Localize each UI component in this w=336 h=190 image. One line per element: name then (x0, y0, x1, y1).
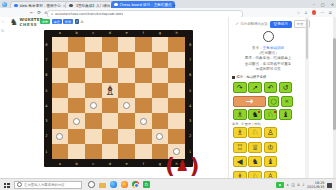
coord-label: 8 (189, 37, 191, 52)
browser-tabstrip: Web 教学素材 - 图库中心 × 【国际象棋】入门课件 × Chess boa… (0, 0, 336, 8)
square-a3[interactable] (52, 113, 69, 128)
square-d8[interactable] (102, 37, 119, 52)
exercise-info: 关卡：主教基础训练 （吃光圆点） 要求：白象走动，吃掉棋盘上 全部圆点，走过路线… (229, 46, 307, 72)
coord-label: d (102, 162, 119, 166)
square-c7[interactable] (85, 52, 102, 67)
start-button[interactable] (4, 183, 10, 189)
bishop-icon: ♝ (282, 110, 289, 119)
rotate-arrow-button-3[interactable]: ↶ (264, 82, 278, 93)
square-e1[interactable] (118, 144, 135, 159)
coord-label: e (118, 31, 135, 35)
window-minimize-icon[interactable]: – (313, 2, 315, 7)
piece-select-pawn[interactable]: ♙ (264, 127, 278, 138)
square-d1[interactable] (102, 144, 119, 159)
red-flag-icon (258, 111, 260, 113)
coord-label: h (168, 31, 185, 35)
info-label: 关卡： (252, 46, 263, 50)
lesson-bishop-button[interactable]: ♗ (233, 109, 247, 120)
page-scrollbar[interactable] (333, 17, 336, 178)
square-f3[interactable] (135, 113, 152, 128)
download-icon[interactable]: ↓ (304, 10, 308, 15)
coord-label: 6 (45, 68, 47, 83)
square-e2[interactable] (118, 129, 135, 144)
page-content: ☆ ↻ ♞ WUKETER CHESS 教学 课程 棋谱 f ⌂ ✓ 已为您翻译… (0, 17, 336, 178)
square-c6[interactable] (85, 68, 102, 83)
coord-label: a (52, 31, 69, 35)
square-a6[interactable] (52, 68, 69, 83)
file-explorer-icon[interactable] (99, 183, 106, 188)
red-pawn-icon: ♟ (176, 159, 189, 174)
chess-board: abcdefgh abcdefgh 87654321 87654321 ♗ (44, 30, 193, 167)
arrow-back-button[interactable]: ◀ (233, 156, 247, 167)
bishop-icon: ♗ (236, 110, 243, 119)
coord-label: 6 (189, 68, 191, 83)
tab-favicon (114, 3, 118, 7)
window-close-icon[interactable]: ✕ (331, 2, 334, 7)
square-f1[interactable] (135, 144, 152, 159)
coord-label: 2 (45, 129, 47, 144)
move-dot[interactable] (123, 102, 130, 109)
square-b8[interactable] (68, 37, 85, 52)
progress-circle (263, 31, 274, 42)
panel-footnote: 换关：R 重开 | 帮助 (232, 122, 261, 126)
rotate-arrow-button-4[interactable]: ↺ (279, 82, 293, 93)
more-dots-icon[interactable]: ⋯ (320, 10, 324, 15)
square-f2[interactable] (135, 129, 152, 144)
sidebar-star-icon[interactable]: ☆ (1, 19, 5, 24)
hint-text: 提示：拖动棋子走棋 (237, 75, 267, 79)
coord-label: c (85, 31, 102, 35)
coord-label: f (135, 162, 152, 166)
square-h4[interactable] (168, 98, 185, 113)
tab-title: Web 教学素材 - 图库中心 (20, 4, 61, 8)
tray-icon-3[interactable]: ♪ (302, 183, 304, 187)
square-e3[interactable] (118, 113, 135, 128)
square-c1[interactable] (85, 144, 102, 159)
square-d2[interactable] (102, 129, 119, 144)
square-e6[interactable] (118, 68, 135, 83)
knight-logo-icon: ♞ (10, 18, 18, 27)
coord-label: 3 (45, 113, 47, 128)
coord-label: g (152, 31, 169, 35)
coord-label: b (68, 162, 85, 166)
square-f7[interactable] (135, 52, 152, 67)
profile-avatar[interactable] (312, 10, 317, 15)
clock-date: 2021/6/15 (307, 185, 324, 189)
piece-select-knight[interactable]: ♘ (248, 127, 262, 138)
coord-label: 7 (45, 52, 47, 67)
tray-icon-1[interactable]: ◫ (291, 183, 294, 187)
square-c4[interactable] (85, 98, 102, 113)
move-dot[interactable] (56, 133, 63, 140)
square-a4[interactable] (52, 98, 69, 113)
lesson-knight2-button[interactable]: ♘ (264, 109, 278, 120)
piece-select-bishop[interactable]: ♗ (233, 127, 247, 138)
tab-favicon (69, 4, 73, 8)
board-ranks-left: 87654321 (45, 37, 47, 159)
square-g5[interactable] (152, 83, 169, 98)
square-e5[interactable] (118, 83, 135, 98)
edge-browser-icon[interactable] (110, 181, 117, 188)
coord-label: f (135, 31, 152, 35)
rotate-arrow-button-2[interactable]: ↗ (248, 82, 262, 93)
coord-label: 7 (189, 52, 191, 67)
coord-label: d (102, 31, 119, 35)
square-a7[interactable] (52, 52, 69, 67)
search-placeholder: 在这里输入你要搜索的内容 (24, 183, 65, 187)
piece-select-black-knight[interactable]: ♞ (248, 156, 262, 167)
square-d3[interactable] (102, 113, 119, 128)
coord-label: 4 (45, 98, 47, 113)
square-g4[interactable] (152, 98, 169, 113)
square-b7[interactable] (68, 52, 85, 67)
tab-favicon (14, 4, 18, 8)
board-grid: ♗ (52, 37, 186, 159)
square-b2[interactable] (68, 129, 85, 144)
square-g2[interactable] (152, 129, 169, 144)
square-a8[interactable] (52, 37, 69, 52)
square-h8[interactable] (168, 37, 185, 52)
coord-label: a (52, 162, 69, 166)
coord-label: 5 (45, 83, 47, 98)
move-dot[interactable] (90, 102, 97, 109)
square-f4[interactable] (135, 98, 152, 113)
firefox-icon[interactable] (121, 181, 128, 188)
square-e7[interactable] (118, 52, 135, 67)
square-b5[interactable] (68, 83, 85, 98)
square-h5[interactable] (168, 83, 185, 98)
coord-label: b (68, 31, 85, 35)
red-hand-logo: ( ♟ ) (165, 155, 200, 177)
square-h6[interactable] (168, 68, 185, 83)
square-e8[interactable] (118, 37, 135, 52)
taskbar-clock[interactable]: 16:25 2021/6/15 (307, 181, 324, 190)
site-home-icon[interactable]: ⌂ (81, 19, 84, 24)
red-bracket-right: ) (190, 156, 200, 177)
red-bracket-left: ( (165, 156, 175, 177)
menu-icon[interactable]: ≡ (328, 10, 332, 15)
square-f8[interactable] (135, 37, 152, 52)
board-files-top: abcdefgh (52, 31, 186, 35)
sidebar-refresh-icon[interactable]: ↻ (1, 28, 4, 33)
piece-select-black-bishop[interactable]: ♝ (264, 156, 278, 167)
square-c5[interactable] (85, 83, 102, 98)
lesson-knight-button[interactable]: ♞ (248, 109, 262, 120)
panel-scrollbar-thumb[interactable] (306, 19, 309, 59)
move-dot[interactable] (156, 133, 163, 140)
tray-icon-2[interactable]: A (297, 183, 299, 187)
back-icon[interactable]: ← (30, 10, 34, 15)
chrome-icon[interactable] (132, 181, 139, 188)
white-bishop[interactable]: ♗ (102, 83, 119, 98)
square-f5[interactable] (135, 83, 152, 98)
tab-title: 【国际象棋】入门课件 (75, 4, 111, 8)
square-c8[interactable] (85, 37, 102, 52)
square-h2[interactable] (168, 129, 185, 144)
square-b1[interactable] (68, 144, 85, 159)
reset-button[interactable]: ◯ (268, 96, 280, 107)
square-d5[interactable]: ♗ (102, 83, 119, 98)
square-g7[interactable] (152, 52, 169, 67)
search-icon (17, 182, 22, 187)
cortana-icon[interactable] (88, 181, 95, 188)
notification-center-icon[interactable] (327, 183, 332, 188)
piece-select-rook[interactable]: ♖ (233, 142, 247, 153)
coord-label: 8 (45, 37, 47, 52)
exercise-panel: 关卡：主教基础训练 （吃光圆点） 要求：白象走动，吃掉棋盘上 全部圆点，走过路线… (228, 17, 307, 178)
green-app-icon[interactable]: D (143, 181, 150, 188)
square-a2[interactable] (52, 129, 69, 144)
site-logo[interactable]: ♞ WUKETER CHESS (10, 18, 43, 27)
square-g8[interactable] (152, 37, 169, 52)
square-b6[interactable] (68, 68, 85, 83)
info-link[interactable]: 主教基础训练 (263, 46, 285, 50)
pencil-icon (232, 76, 235, 79)
panel-scrollbar[interactable] (305, 17, 309, 178)
coord-label: e (118, 162, 135, 166)
tab-title: Chess board 练习 - 主教吃圆点 (120, 3, 172, 7)
square-f6[interactable] (135, 68, 152, 83)
header-badge-blue-1[interactable]: 课程 (52, 19, 62, 24)
coord-label: 1 (45, 144, 47, 159)
square-a5[interactable] (52, 83, 69, 98)
square-d4[interactable] (102, 98, 119, 113)
browser-tab-active[interactable]: Chess board 练习 - 主教吃圆点 (111, 1, 175, 8)
info-line: 完成后即可过关 (229, 67, 307, 72)
square-g3[interactable] (152, 113, 169, 128)
hint-row: 提示：拖动棋子走棋 (232, 75, 266, 79)
page-scrollbar-thumb[interactable] (333, 38, 336, 130)
square-d7[interactable] (102, 52, 119, 67)
square-e4[interactable] (118, 98, 135, 113)
refresh-icon[interactable]: ⟳ (37, 10, 41, 15)
piece-select-queen[interactable]: ♕ (248, 142, 262, 153)
lock-icon: A (51, 12, 53, 16)
favorites-star-icon[interactable]: ☆ (297, 10, 301, 15)
square-c3[interactable] (85, 113, 102, 128)
taskbar-search[interactable]: 在这里输入你要搜索的内容 (14, 181, 82, 189)
tray-caret-icon[interactable]: ∧ (286, 183, 289, 187)
rotate-arrow-button-1[interactable]: ↷ (233, 82, 247, 93)
piece-select-king[interactable]: ♔ (264, 142, 278, 153)
square-h7[interactable] (168, 52, 185, 67)
board-ranks-right: 87654321 (189, 37, 191, 159)
browser-logo-icon[interactable] (2, 2, 7, 7)
red-flag-icon (274, 111, 276, 113)
next-step-button[interactable]: → (233, 96, 266, 107)
lesson-bishop2-button[interactable]: ♝ (279, 109, 293, 120)
coord-label: 3 (189, 113, 191, 128)
header-badge-green[interactable]: 教学 (40, 19, 50, 24)
coord-label: 2 (189, 129, 191, 144)
tray-green-badge[interactable] (276, 182, 284, 188)
coord-label: c (85, 162, 102, 166)
url-text: wuketerchess.com/train/bishop/eat-dots (55, 12, 123, 16)
close-exercise-button[interactable]: × (281, 96, 293, 107)
square-g6[interactable] (152, 68, 169, 83)
windows-taskbar: 在这里输入你要搜索的内容 D ∧ ◫ A ♪ 16:25 2021/6/15 (0, 178, 336, 190)
header-badge-blue-2[interactable]: 棋谱 (63, 19, 73, 24)
window-maximize-icon[interactable]: ▢ (321, 2, 325, 7)
facebook-icon[interactable]: f (75, 19, 80, 24)
square-d6[interactable] (102, 68, 119, 83)
square-b4[interactable] (68, 98, 85, 113)
screen: Web 教学素材 - 图库中心 × 【国际象棋】入门课件 × Chess boa… (0, 0, 336, 190)
square-c2[interactable] (85, 129, 102, 144)
square-h3[interactable] (168, 113, 185, 128)
coord-label: 5 (189, 83, 191, 98)
move-dot[interactable] (140, 118, 147, 125)
coord-label: 4 (189, 98, 191, 113)
square-b3[interactable] (68, 113, 85, 128)
move-dot[interactable] (73, 118, 80, 125)
square-a1[interactable] (52, 144, 69, 159)
